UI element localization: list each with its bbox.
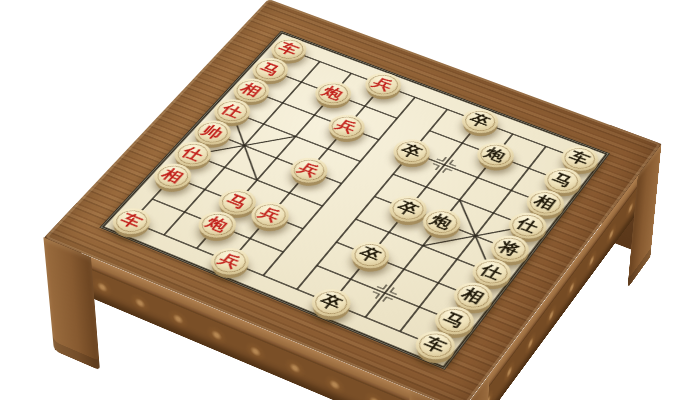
piece-black-soldier[interactable]: 卒 [344, 237, 396, 273]
piece-character: 车 [421, 334, 450, 355]
piece-character: 炮 [203, 215, 231, 234]
piece-black-soldier[interactable]: 卒 [305, 284, 358, 321]
piece-character: 卒 [356, 245, 384, 264]
piece-character: 仕 [514, 216, 541, 235]
piece-character: 仕 [478, 262, 506, 282]
piece-red-soldier[interactable]: 兵 [204, 243, 256, 279]
table-leg-left [43, 237, 100, 370]
piece-character: 卒 [394, 199, 421, 218]
table-plane: 车马相仕帅仕相车炮马炮兵兵兵兵兵卒卒卒卒卒炮炮车马相仕将仕相马车 [44, 0, 661, 400]
piece-character: 炮 [428, 212, 455, 231]
red-palace-diagonals [193, 112, 296, 180]
piece-character: 马 [223, 192, 251, 211]
piece-character: 兵 [216, 251, 244, 271]
piece-character: 马 [440, 310, 468, 330]
piece-character: 相 [532, 193, 559, 212]
piece-character: 将 [496, 239, 524, 258]
piece-character: 车 [117, 211, 145, 230]
piece-character: 兵 [256, 205, 284, 224]
scene: 车马相仕帅仕相车炮马炮兵兵兵兵兵卒卒卒卒卒炮炮车马相仕将仕相马车 [0, 0, 681, 400]
piece-character: 相 [459, 286, 487, 306]
piece-character: 卒 [317, 292, 345, 312]
piece-red-chariot[interactable]: 车 [106, 203, 158, 238]
